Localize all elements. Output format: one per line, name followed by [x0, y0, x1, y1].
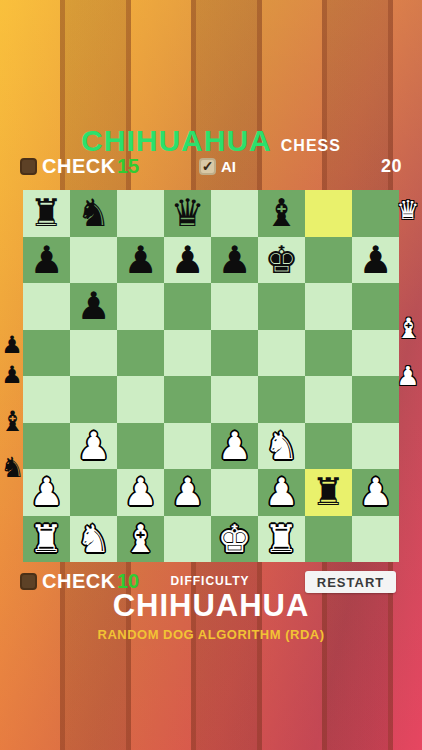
- square-h5[interactable]: [352, 330, 399, 377]
- white-pawn-piece[interactable]: ♟: [358, 473, 392, 511]
- captured-black-knight: ♞: [0, 454, 24, 482]
- white-pawn-piece[interactable]: ♟: [29, 473, 63, 511]
- white-knight-piece[interactable]: ♞: [76, 520, 110, 558]
- square-a1[interactable]: ♜: [23, 516, 70, 563]
- square-c8[interactable]: [117, 190, 164, 237]
- square-c1[interactable]: ♝: [117, 516, 164, 563]
- square-d7[interactable]: ♟: [164, 237, 211, 284]
- square-f4[interactable]: [258, 376, 305, 423]
- square-b7[interactable]: [70, 237, 117, 284]
- white-pawn-piece[interactable]: ♟: [217, 427, 251, 465]
- square-g2[interactable]: ♜: [305, 469, 352, 516]
- black-queen-piece[interactable]: ♛: [170, 194, 204, 232]
- captured-black-pawn: ♟: [0, 363, 24, 387]
- app-subtitle: CHESS: [281, 137, 341, 155]
- square-b8[interactable]: ♞: [70, 190, 117, 237]
- captured-black-pawn: ♟: [0, 333, 24, 357]
- square-g7[interactable]: [305, 237, 352, 284]
- ai-label: AI: [221, 158, 236, 175]
- square-g8[interactable]: [305, 190, 352, 237]
- square-h1[interactable]: [352, 516, 399, 563]
- square-f3[interactable]: ♞: [258, 423, 305, 470]
- captured-white-bishop: ♝: [396, 315, 420, 343]
- white-pawn-piece[interactable]: ♟: [76, 427, 110, 465]
- square-d2[interactable]: ♟: [164, 469, 211, 516]
- black-pawn-piece[interactable]: ♟: [123, 241, 157, 279]
- square-e2[interactable]: [211, 469, 258, 516]
- square-c4[interactable]: [117, 376, 164, 423]
- square-h7[interactable]: ♟: [352, 237, 399, 284]
- captured-white-pawn: ♟: [396, 363, 420, 389]
- square-f8[interactable]: ♝: [258, 190, 305, 237]
- square-e6[interactable]: [211, 283, 258, 330]
- white-rook-piece[interactable]: ♜: [29, 520, 63, 558]
- black-pawn-piece[interactable]: ♟: [76, 287, 110, 325]
- square-a3[interactable]: [23, 423, 70, 470]
- algorithm-label: RANDOM DOG ALGORITHM (RDA): [0, 627, 422, 642]
- square-b5[interactable]: [70, 330, 117, 377]
- square-h2[interactable]: ♟: [352, 469, 399, 516]
- square-b4[interactable]: [70, 376, 117, 423]
- square-g4[interactable]: [305, 376, 352, 423]
- app-screen: CHIHUAHUA CHESS CHECK 15 ✓ AI 20 ♜♞♛♝♟♟♟…: [0, 0, 422, 750]
- chess-board: ♜♞♛♝♟♟♟♟♚♟♟♟♟♞♟♟♟♟♜♟♜♞♝♚♜: [23, 190, 399, 562]
- difficulty-label: DIFFICULTY: [150, 574, 270, 588]
- square-f1[interactable]: ♜: [258, 516, 305, 563]
- white-rook-piece[interactable]: ♜: [264, 520, 298, 558]
- square-a2[interactable]: ♟: [23, 469, 70, 516]
- black-bishop-piece[interactable]: ♝: [264, 194, 298, 232]
- square-a8[interactable]: ♜: [23, 190, 70, 237]
- black-king-piece[interactable]: ♚: [264, 241, 298, 279]
- check-value-top: 15: [117, 155, 139, 178]
- square-g3[interactable]: [305, 423, 352, 470]
- square-d8[interactable]: ♛: [164, 190, 211, 237]
- square-c3[interactable]: [117, 423, 164, 470]
- square-f5[interactable]: [258, 330, 305, 377]
- square-d5[interactable]: [164, 330, 211, 377]
- black-rook-piece[interactable]: ♜: [29, 194, 63, 232]
- ai-toggle[interactable]: ✓ AI: [199, 158, 236, 175]
- square-h8[interactable]: [352, 190, 399, 237]
- ai-checkbox[interactable]: ✓: [199, 158, 216, 175]
- white-knight-piece[interactable]: ♞: [264, 427, 298, 465]
- square-f6[interactable]: [258, 283, 305, 330]
- check-checkbox-top[interactable]: [20, 158, 37, 175]
- black-pawn-piece[interactable]: ♟: [358, 241, 392, 279]
- square-a6[interactable]: [23, 283, 70, 330]
- square-f7[interactable]: ♚: [258, 237, 305, 284]
- square-c5[interactable]: [117, 330, 164, 377]
- square-h3[interactable]: [352, 423, 399, 470]
- square-c6[interactable]: [117, 283, 164, 330]
- square-d1[interactable]: [164, 516, 211, 563]
- square-a4[interactable]: [23, 376, 70, 423]
- app-title: CHIHUAHUA: [81, 124, 272, 158]
- square-c7[interactable]: ♟: [117, 237, 164, 284]
- square-g5[interactable]: [305, 330, 352, 377]
- square-h4[interactable]: [352, 376, 399, 423]
- app-title-row: CHIHUAHUA CHESS: [0, 124, 422, 158]
- square-d6[interactable]: [164, 283, 211, 330]
- captured-black-bishop: ♝: [0, 408, 24, 436]
- white-king-piece[interactable]: ♚: [217, 520, 251, 558]
- black-pawn-piece[interactable]: ♟: [217, 241, 251, 279]
- square-e1[interactable]: ♚: [211, 516, 258, 563]
- square-f2[interactable]: ♟: [258, 469, 305, 516]
- white-pawn-piece[interactable]: ♟: [123, 473, 157, 511]
- square-b1[interactable]: ♞: [70, 516, 117, 563]
- square-d3[interactable]: [164, 423, 211, 470]
- square-a7[interactable]: ♟: [23, 237, 70, 284]
- black-knight-piece[interactable]: ♞: [76, 194, 110, 232]
- square-e5[interactable]: [211, 330, 258, 377]
- white-pawn-piece[interactable]: ♟: [170, 473, 204, 511]
- square-b3[interactable]: ♟: [70, 423, 117, 470]
- check-label-top: CHECK: [42, 155, 116, 178]
- black-pawn-piece[interactable]: ♟: [29, 241, 63, 279]
- square-a5[interactable]: [23, 330, 70, 377]
- black-pawn-piece[interactable]: ♟: [170, 241, 204, 279]
- white-pawn-piece[interactable]: ♟: [264, 473, 298, 511]
- square-g6[interactable]: [305, 283, 352, 330]
- square-e7[interactable]: ♟: [211, 237, 258, 284]
- white-bishop-piece[interactable]: ♝: [123, 520, 157, 558]
- footer-title: CHIHUAHUA: [0, 588, 422, 624]
- checkmark-icon: ✓: [202, 158, 214, 174]
- square-b2[interactable]: [70, 469, 117, 516]
- check-toggle-top[interactable]: CHECK: [20, 155, 116, 178]
- captured-white-queen: ♛: [396, 197, 420, 223]
- square-e4[interactable]: [211, 376, 258, 423]
- black-rook-piece[interactable]: ♜: [311, 473, 345, 511]
- square-h6[interactable]: [352, 283, 399, 330]
- square-b6[interactable]: ♟: [70, 283, 117, 330]
- square-e3[interactable]: ♟: [211, 423, 258, 470]
- square-d4[interactable]: [164, 376, 211, 423]
- square-c2[interactable]: ♟: [117, 469, 164, 516]
- square-g1[interactable]: [305, 516, 352, 563]
- square-e8[interactable]: [211, 190, 258, 237]
- counter-right: 20: [381, 156, 402, 177]
